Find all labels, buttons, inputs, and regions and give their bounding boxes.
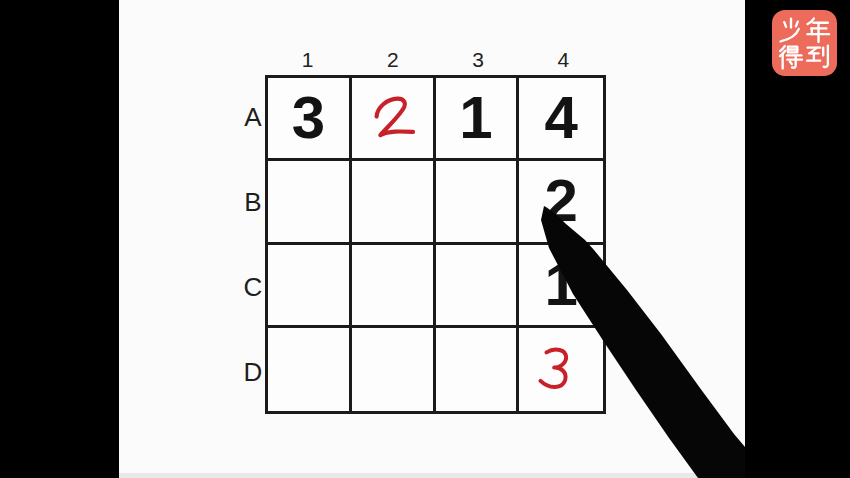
col-header-3: 3 [436,42,521,72]
cell-B1 [268,161,352,244]
logo-char-shao-icon [778,17,804,43]
shaonian-dedao-logo: 少年 得到 [772,10,837,76]
printed-digit: 2 [544,171,577,231]
row-label-B: B [240,160,266,245]
col-headers: 1234 [265,42,606,72]
cell-C1 [268,245,352,328]
logo-text-line2: 得到 [772,10,773,11]
printed-digit: 3 [292,88,325,148]
cell-A1: 3 [268,78,352,161]
cell-C3 [436,245,520,328]
handwritten-digit [532,337,587,403]
printed-digit: 4 [544,88,577,148]
row-label-A: A [240,75,266,160]
paper-bottom-shade [119,473,745,478]
col-header-4: 4 [521,42,606,72]
col-header-2: 2 [350,42,435,72]
row-labels: ABCD [240,75,266,414]
video-frame: 1234 ABCD 31421 少年 得到 [0,0,850,478]
cell-B3 [436,161,520,244]
cell-B4: 2 [519,161,603,244]
col-header-1: 1 [265,42,350,72]
board: 31421 [265,75,606,414]
cell-A2 [352,78,436,161]
cell-A3: 1 [436,78,520,161]
handwritten-digit [370,89,424,151]
row-label-C: C [240,245,266,330]
cell-A4: 4 [519,78,603,161]
cell-C4: 1 [519,245,603,328]
cell-D3 [436,328,520,411]
cell-C2 [352,245,436,328]
logo-char-de-icon [778,44,804,70]
cell-D1 [268,328,352,411]
row-label-D: D [240,329,266,414]
cell-D4 [519,328,603,411]
cell-D2 [352,328,436,411]
printed-digit: 1 [544,255,577,315]
logo-text-line1: 少年 [772,10,773,11]
logo-char-dao-icon [805,44,831,70]
printed-digit: 1 [459,88,492,148]
cell-B2 [352,161,436,244]
logo-char-nian-icon [805,17,831,43]
